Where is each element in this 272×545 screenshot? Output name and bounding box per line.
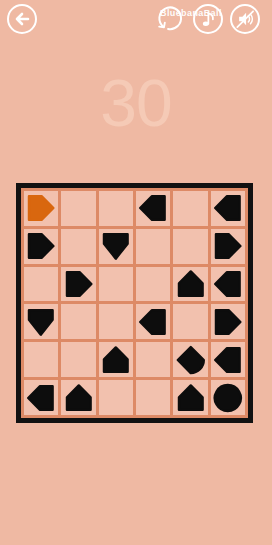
board-cell (136, 267, 170, 302)
board-cell (24, 342, 58, 377)
board-cell (99, 380, 133, 415)
board-cell (24, 191, 58, 226)
board-cell (211, 229, 245, 264)
move-counter: 30 (0, 70, 272, 136)
piece-arrow-up[interactable] (63, 382, 95, 414)
piece-arrow-left[interactable] (137, 192, 169, 224)
board-cell (173, 229, 207, 264)
board-cell (173, 304, 207, 339)
piece-arrow-right[interactable] (63, 268, 95, 300)
board-cell (211, 267, 245, 302)
board-cell (61, 267, 95, 302)
piece-arrow-left[interactable] (137, 306, 169, 338)
piece-circle[interactable] (212, 382, 244, 414)
board-cell (99, 304, 133, 339)
board-cell (173, 380, 207, 415)
board-cell (173, 342, 207, 377)
board-cell (99, 267, 133, 302)
piece-arrow-left[interactable] (25, 382, 57, 414)
board-cell (173, 267, 207, 302)
restart-button[interactable] (156, 4, 186, 34)
board-cell (136, 342, 170, 377)
board-cell (24, 380, 58, 415)
piece-arrow-right[interactable] (212, 230, 244, 262)
board-cell (211, 380, 245, 415)
back-button[interactable] (7, 4, 37, 34)
board-cell (24, 229, 58, 264)
board-cell (24, 267, 58, 302)
piece-arrow-right[interactable] (25, 230, 57, 262)
piece-arrow-left[interactable] (212, 268, 244, 300)
back-arrow-icon (13, 10, 31, 28)
board-cell (136, 229, 170, 264)
piece-arrow-down[interactable] (100, 230, 132, 262)
board-cell (61, 229, 95, 264)
board-cell (136, 191, 170, 226)
board-cell (61, 191, 95, 226)
sound-off-button[interactable] (230, 4, 260, 34)
game-board (16, 183, 253, 423)
board-cell (136, 380, 170, 415)
piece-arrow-down[interactable] (25, 306, 57, 338)
music-button[interactable] (193, 4, 223, 34)
piece-arrow-up[interactable] (100, 344, 132, 376)
piece-arrow-right[interactable] (212, 306, 244, 338)
board-cell (24, 304, 58, 339)
board-cell (211, 304, 245, 339)
piece-arrow-right-orange[interactable] (25, 192, 57, 224)
piece-arrow-left[interactable] (212, 192, 244, 224)
piece-arrow-up[interactable] (175, 268, 207, 300)
board-cell (61, 380, 95, 415)
board-cell (61, 342, 95, 377)
piece-arrow-left[interactable] (212, 344, 244, 376)
board-cell (173, 191, 207, 226)
board-cell (211, 191, 245, 226)
piece-diamond[interactable] (175, 344, 207, 376)
board-cell (99, 191, 133, 226)
board-cell (61, 304, 95, 339)
speaker-muted-icon (234, 8, 256, 30)
piece-arrow-up[interactable] (175, 382, 207, 414)
top-bar: BluebanaBall (0, 0, 272, 40)
board-cell (99, 342, 133, 377)
music-note-icon (197, 8, 219, 30)
board-cell (136, 304, 170, 339)
restart-icon (156, 4, 186, 34)
board-cell (211, 342, 245, 377)
board-cell (99, 229, 133, 264)
